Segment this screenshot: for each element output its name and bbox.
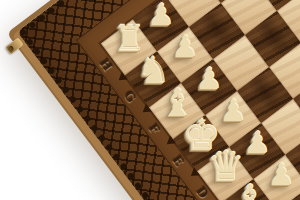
photo-background: HGFEDCBA ♟♟♟♟♟♟♟♟♜♞♝♚♛♝♞♜	[0, 0, 300, 200]
brass-clasp-icon	[5, 38, 23, 55]
chess-board: HGFEDCBA ♟♟♟♟♟♟♟♟♜♞♝♚♛♝♞♜	[17, 0, 300, 200]
